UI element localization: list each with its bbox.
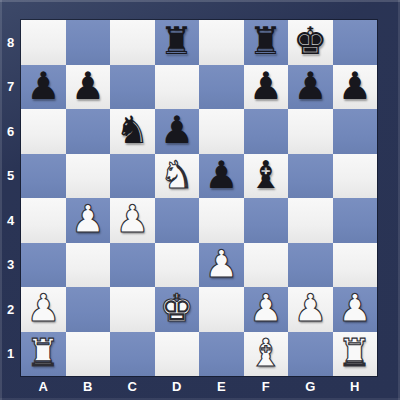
- square-a2[interactable]: ♟: [21, 287, 66, 332]
- black-knight-c6[interactable]: ♞: [115, 111, 149, 149]
- file-label-b: B: [66, 376, 111, 397]
- square-b2[interactable]: [66, 287, 111, 332]
- black-pawn-f7[interactable]: ♟: [249, 67, 283, 105]
- square-g7[interactable]: ♟: [288, 65, 333, 110]
- square-a3[interactable]: [21, 243, 66, 288]
- square-h3[interactable]: [333, 243, 378, 288]
- black-rook-d8[interactable]: ♜: [160, 22, 194, 60]
- square-a1[interactable]: ♜: [21, 332, 66, 377]
- square-a6[interactable]: [21, 109, 66, 154]
- black-rook-f8[interactable]: ♜: [249, 22, 283, 60]
- square-e7[interactable]: [199, 65, 244, 110]
- black-pawn-a7[interactable]: ♟: [26, 67, 60, 105]
- white-king-d2[interactable]: ♚: [160, 289, 194, 327]
- chess-board: ♜♜♚♟♟♟♟♟♞♟♞♟♝♟♟♟♟♚♟♟♟♜♝♜: [21, 20, 377, 376]
- square-e8[interactable]: [199, 20, 244, 65]
- square-g5[interactable]: [288, 154, 333, 199]
- square-g4[interactable]: [288, 198, 333, 243]
- black-king-g8[interactable]: ♚: [293, 22, 327, 60]
- square-d1[interactable]: [155, 332, 200, 377]
- square-d3[interactable]: [155, 243, 200, 288]
- black-pawn-g7[interactable]: ♟: [293, 67, 327, 105]
- square-b8[interactable]: [66, 20, 111, 65]
- square-h1[interactable]: ♜: [333, 332, 378, 377]
- square-f5[interactable]: ♝: [244, 154, 289, 199]
- white-pawn-b4[interactable]: ♟: [71, 200, 105, 238]
- file-label-g: G: [288, 376, 333, 397]
- rank-label-3: 3: [0, 243, 21, 288]
- square-c6[interactable]: ♞: [110, 109, 155, 154]
- square-e4[interactable]: [199, 198, 244, 243]
- square-e5[interactable]: ♟: [199, 154, 244, 199]
- file-label-a: A: [21, 376, 66, 397]
- file-label-c: C: [110, 376, 155, 397]
- square-h5[interactable]: [333, 154, 378, 199]
- rank-label-2: 2: [0, 287, 21, 332]
- square-g1[interactable]: [288, 332, 333, 377]
- square-f2[interactable]: ♟: [244, 287, 289, 332]
- square-c4[interactable]: ♟: [110, 198, 155, 243]
- square-d4[interactable]: [155, 198, 200, 243]
- square-d6[interactable]: ♟: [155, 109, 200, 154]
- square-d7[interactable]: [155, 65, 200, 110]
- square-f7[interactable]: ♟: [244, 65, 289, 110]
- square-b6[interactable]: [66, 109, 111, 154]
- rank-label-8: 8: [0, 20, 21, 65]
- rank-label-5: 5: [0, 154, 21, 199]
- square-b7[interactable]: ♟: [66, 65, 111, 110]
- square-b4[interactable]: ♟: [66, 198, 111, 243]
- file-label-f: F: [244, 376, 289, 397]
- rank-label-7: 7: [0, 65, 21, 110]
- square-h2[interactable]: ♟: [333, 287, 378, 332]
- file-label-h: H: [333, 376, 378, 397]
- white-rook-a1[interactable]: ♜: [26, 334, 60, 372]
- square-e1[interactable]: [199, 332, 244, 377]
- square-h4[interactable]: [333, 198, 378, 243]
- square-h8[interactable]: [333, 20, 378, 65]
- file-labels: ABCDEFGH: [21, 376, 377, 397]
- square-c1[interactable]: [110, 332, 155, 377]
- square-c7[interactable]: [110, 65, 155, 110]
- square-c5[interactable]: [110, 154, 155, 199]
- white-pawn-a2[interactable]: ♟: [26, 289, 60, 327]
- chess-diagram: 87654321 ♜♜♚♟♟♟♟♟♞♟♞♟♝♟♟♟♟♚♟♟♟♜♝♜ ABCDEF…: [0, 0, 400, 400]
- square-b3[interactable]: [66, 243, 111, 288]
- square-f8[interactable]: ♜: [244, 20, 289, 65]
- square-a7[interactable]: ♟: [21, 65, 66, 110]
- square-g3[interactable]: [288, 243, 333, 288]
- square-f3[interactable]: [244, 243, 289, 288]
- white-bishop-f1[interactable]: ♝: [249, 334, 283, 372]
- square-d5[interactable]: ♞: [155, 154, 200, 199]
- black-pawn-b7[interactable]: ♟: [71, 67, 105, 105]
- white-pawn-e3[interactable]: ♟: [204, 245, 238, 283]
- square-d2[interactable]: ♚: [155, 287, 200, 332]
- rank-label-4: 4: [0, 198, 21, 243]
- white-pawn-f2[interactable]: ♟: [249, 289, 283, 327]
- white-rook-h1[interactable]: ♜: [338, 334, 372, 372]
- square-h6[interactable]: [333, 109, 378, 154]
- square-a4[interactable]: [21, 198, 66, 243]
- black-pawn-e5[interactable]: ♟: [204, 156, 238, 194]
- white-knight-d5[interactable]: ♞: [160, 156, 194, 194]
- file-label-d: D: [155, 376, 200, 397]
- square-a5[interactable]: [21, 154, 66, 199]
- square-e3[interactable]: ♟: [199, 243, 244, 288]
- rank-labels: 87654321: [0, 20, 21, 376]
- square-g8[interactable]: ♚: [288, 20, 333, 65]
- square-b1[interactable]: [66, 332, 111, 377]
- square-f1[interactable]: ♝: [244, 332, 289, 377]
- white-pawn-g2[interactable]: ♟: [293, 289, 327, 327]
- square-c2[interactable]: [110, 287, 155, 332]
- square-a8[interactable]: [21, 20, 66, 65]
- white-pawn-h2[interactable]: ♟: [338, 289, 372, 327]
- square-f6[interactable]: [244, 109, 289, 154]
- square-c3[interactable]: [110, 243, 155, 288]
- white-pawn-c4[interactable]: ♟: [115, 200, 149, 238]
- file-label-e: E: [199, 376, 244, 397]
- black-pawn-h7[interactable]: ♟: [338, 67, 372, 105]
- rank-label-1: 1: [0, 332, 21, 377]
- square-f4[interactable]: [244, 198, 289, 243]
- square-e2[interactable]: [199, 287, 244, 332]
- square-e6[interactable]: [199, 109, 244, 154]
- black-pawn-d6[interactable]: ♟: [160, 111, 194, 149]
- square-h7[interactable]: ♟: [333, 65, 378, 110]
- rank-label-6: 6: [0, 109, 21, 154]
- square-g6[interactable]: [288, 109, 333, 154]
- square-b5[interactable]: [66, 154, 111, 199]
- black-bishop-f5[interactable]: ♝: [249, 156, 283, 194]
- square-g2[interactable]: ♟: [288, 287, 333, 332]
- square-c8[interactable]: [110, 20, 155, 65]
- square-d8[interactable]: ♜: [155, 20, 200, 65]
